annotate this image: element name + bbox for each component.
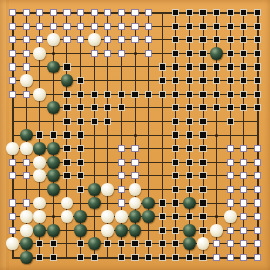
black-territory-marker xyxy=(227,77,234,84)
hoshi-point xyxy=(52,52,55,55)
white-stone xyxy=(197,237,210,250)
black-territory-marker xyxy=(199,199,206,206)
white-territory-marker xyxy=(104,23,111,30)
black-stone xyxy=(129,210,142,223)
black-stone xyxy=(47,183,60,196)
white-territory-marker xyxy=(118,145,125,152)
black-territory-marker xyxy=(131,240,138,247)
white-territory-marker xyxy=(9,63,16,70)
black-territory-marker xyxy=(240,77,247,84)
black-stone xyxy=(47,61,60,74)
white-territory-marker xyxy=(254,213,261,220)
white-territory-marker xyxy=(254,186,261,193)
black-territory-marker xyxy=(227,36,234,43)
black-territory-marker xyxy=(254,9,261,16)
white-territory-marker xyxy=(9,23,16,30)
black-territory-marker xyxy=(199,254,206,261)
white-territory-marker xyxy=(118,36,125,43)
white-territory-marker xyxy=(227,240,234,247)
hoshi-point xyxy=(215,134,218,137)
black-stone xyxy=(183,237,196,250)
black-territory-marker xyxy=(186,213,193,220)
white-territory-marker xyxy=(91,23,98,30)
white-stone xyxy=(101,183,114,196)
black-territory-marker xyxy=(36,240,43,247)
black-territory-marker xyxy=(104,104,111,111)
black-territory-marker xyxy=(199,91,206,98)
white-stone xyxy=(33,169,46,182)
black-territory-marker xyxy=(186,104,193,111)
black-territory-marker xyxy=(131,91,138,98)
black-territory-marker xyxy=(172,131,179,138)
black-territory-marker xyxy=(227,118,234,125)
white-territory-marker xyxy=(240,186,247,193)
black-territory-marker xyxy=(240,36,247,43)
black-stone xyxy=(33,224,46,237)
white-territory-marker xyxy=(9,213,16,220)
white-stone xyxy=(20,210,33,223)
black-territory-marker xyxy=(254,91,261,98)
white-stone xyxy=(33,210,46,223)
white-territory-marker xyxy=(63,36,70,43)
white-territory-marker xyxy=(9,9,16,16)
black-territory-marker xyxy=(77,186,84,193)
black-territory-marker xyxy=(145,240,152,247)
black-territory-marker xyxy=(213,23,220,30)
white-territory-marker xyxy=(77,36,84,43)
white-territory-marker xyxy=(9,172,16,179)
black-territory-marker xyxy=(131,254,138,261)
white-territory-marker xyxy=(36,9,43,16)
black-territory-marker xyxy=(199,50,206,57)
black-territory-marker xyxy=(213,77,220,84)
white-stone xyxy=(20,142,33,155)
black-territory-marker xyxy=(77,240,84,247)
black-territory-marker xyxy=(63,159,70,166)
black-territory-marker xyxy=(227,9,234,16)
black-stone xyxy=(88,197,101,210)
black-territory-marker xyxy=(227,23,234,30)
white-territory-marker xyxy=(240,254,247,261)
white-territory-marker xyxy=(104,9,111,16)
black-territory-marker xyxy=(172,213,179,220)
black-territory-marker xyxy=(240,63,247,70)
black-territory-marker xyxy=(186,145,193,152)
white-stone xyxy=(47,33,60,46)
black-territory-marker xyxy=(254,77,261,84)
black-stone xyxy=(20,129,33,142)
black-territory-marker xyxy=(172,159,179,166)
white-territory-marker xyxy=(131,23,138,30)
white-territory-marker xyxy=(118,186,125,193)
black-stone xyxy=(47,142,60,155)
black-stone xyxy=(47,156,60,169)
black-territory-marker xyxy=(213,9,220,16)
black-territory-marker xyxy=(50,254,57,261)
black-territory-marker xyxy=(240,23,247,30)
white-territory-marker xyxy=(77,23,84,30)
white-territory-marker xyxy=(104,50,111,57)
black-territory-marker xyxy=(213,63,220,70)
black-stone xyxy=(210,47,223,60)
black-territory-marker xyxy=(240,50,247,57)
white-territory-marker xyxy=(227,199,234,206)
black-territory-marker xyxy=(77,131,84,138)
black-territory-marker xyxy=(227,63,234,70)
white-stone xyxy=(115,210,128,223)
white-territory-marker xyxy=(227,172,234,179)
black-stone xyxy=(142,197,155,210)
black-territory-marker xyxy=(172,240,179,247)
black-territory-marker xyxy=(172,172,179,179)
white-territory-marker xyxy=(36,23,43,30)
white-territory-marker xyxy=(23,199,30,206)
black-territory-marker xyxy=(91,104,98,111)
white-territory-marker xyxy=(240,199,247,206)
black-territory-marker xyxy=(240,104,247,111)
black-stone xyxy=(33,142,46,155)
black-territory-marker xyxy=(159,213,166,220)
white-territory-marker xyxy=(9,199,16,206)
white-stone xyxy=(101,224,114,237)
white-stone xyxy=(61,210,74,223)
black-territory-marker xyxy=(172,63,179,70)
white-territory-marker xyxy=(77,9,84,16)
go-app-window xyxy=(0,0,270,270)
black-territory-marker xyxy=(77,118,84,125)
white-territory-marker xyxy=(145,9,152,16)
white-stone xyxy=(33,197,46,210)
black-territory-marker xyxy=(91,254,98,261)
white-territory-marker xyxy=(91,9,98,16)
black-territory-marker xyxy=(63,172,70,179)
black-territory-marker xyxy=(199,104,206,111)
black-territory-marker xyxy=(159,63,166,70)
black-territory-marker xyxy=(50,131,57,138)
black-territory-marker xyxy=(104,118,111,125)
white-territory-marker xyxy=(23,159,30,166)
white-territory-marker xyxy=(131,36,138,43)
black-territory-marker xyxy=(118,240,125,247)
black-territory-marker xyxy=(159,227,166,234)
white-territory-marker xyxy=(145,36,152,43)
white-territory-marker xyxy=(63,9,70,16)
white-territory-marker xyxy=(254,199,261,206)
black-territory-marker xyxy=(186,9,193,16)
black-territory-marker xyxy=(77,159,84,166)
black-territory-marker xyxy=(172,23,179,30)
black-stone xyxy=(47,224,60,237)
white-territory-marker xyxy=(118,9,125,16)
white-territory-marker xyxy=(118,23,125,30)
black-territory-marker xyxy=(172,186,179,193)
black-territory-marker xyxy=(254,63,261,70)
black-territory-marker xyxy=(172,36,179,43)
white-territory-marker xyxy=(131,159,138,166)
white-territory-marker xyxy=(240,145,247,152)
black-stone xyxy=(142,210,155,223)
black-territory-marker xyxy=(213,91,220,98)
black-territory-marker xyxy=(199,23,206,30)
black-territory-marker xyxy=(186,254,193,261)
white-territory-marker xyxy=(213,254,220,261)
white-territory-marker xyxy=(131,145,138,152)
white-territory-marker xyxy=(131,172,138,179)
black-territory-marker xyxy=(254,36,261,43)
black-territory-marker xyxy=(118,254,125,261)
white-territory-marker xyxy=(254,240,261,247)
white-territory-marker xyxy=(131,9,138,16)
black-stone xyxy=(183,197,196,210)
black-territory-marker xyxy=(145,91,152,98)
white-territory-marker xyxy=(36,36,43,43)
black-territory-marker xyxy=(186,36,193,43)
black-territory-marker xyxy=(227,91,234,98)
white-territory-marker xyxy=(254,227,261,234)
black-territory-marker xyxy=(172,227,179,234)
white-territory-marker xyxy=(227,159,234,166)
white-territory-marker xyxy=(254,172,261,179)
white-territory-marker xyxy=(50,9,57,16)
white-territory-marker xyxy=(254,145,261,152)
black-territory-marker xyxy=(159,240,166,247)
white-territory-marker xyxy=(254,254,261,261)
white-stone xyxy=(101,210,114,223)
black-territory-marker xyxy=(36,131,43,138)
black-territory-marker xyxy=(199,213,206,220)
white-territory-marker xyxy=(9,50,16,57)
white-stone xyxy=(129,183,142,196)
white-stone xyxy=(61,197,74,210)
black-territory-marker xyxy=(104,91,111,98)
black-territory-marker xyxy=(199,77,206,84)
black-stone xyxy=(74,224,87,237)
grid-line-vertical xyxy=(243,12,244,259)
black-territory-marker xyxy=(77,91,84,98)
black-territory-marker xyxy=(186,91,193,98)
white-territory-marker xyxy=(118,199,125,206)
white-stone xyxy=(129,197,142,210)
hoshi-point xyxy=(215,215,218,218)
black-stone xyxy=(88,183,101,196)
white-territory-marker xyxy=(145,23,152,30)
white-territory-marker xyxy=(227,186,234,193)
hoshi-point xyxy=(134,134,137,137)
black-territory-marker xyxy=(240,9,247,16)
black-territory-marker xyxy=(172,199,179,206)
white-territory-marker xyxy=(9,36,16,43)
black-territory-marker xyxy=(63,91,70,98)
black-territory-marker xyxy=(118,104,125,111)
white-stone xyxy=(224,210,237,223)
white-territory-marker xyxy=(240,240,247,247)
white-territory-marker xyxy=(23,50,30,57)
black-territory-marker xyxy=(77,104,84,111)
black-territory-marker xyxy=(227,50,234,57)
black-stone xyxy=(20,237,33,250)
white-territory-marker xyxy=(9,159,16,166)
black-territory-marker xyxy=(145,254,152,261)
black-territory-marker xyxy=(199,9,206,16)
white-stone xyxy=(88,33,101,46)
black-territory-marker xyxy=(186,186,193,193)
white-territory-marker xyxy=(50,23,57,30)
black-territory-marker xyxy=(77,145,84,152)
white-stone xyxy=(6,237,19,250)
black-territory-marker xyxy=(199,36,206,43)
white-territory-marker xyxy=(9,77,16,84)
white-territory-marker xyxy=(23,9,30,16)
black-territory-marker xyxy=(77,77,84,84)
white-territory-marker xyxy=(254,159,261,166)
black-territory-marker xyxy=(172,254,179,261)
black-territory-marker xyxy=(63,104,70,111)
black-territory-marker xyxy=(199,227,206,234)
white-territory-marker xyxy=(9,91,16,98)
white-territory-marker xyxy=(9,227,16,234)
grid-line-vertical xyxy=(257,12,259,259)
black-territory-marker xyxy=(186,118,193,125)
black-territory-marker xyxy=(199,63,206,70)
white-territory-marker xyxy=(240,213,247,220)
black-stone xyxy=(61,74,74,87)
black-territory-marker xyxy=(199,145,206,152)
white-territory-marker xyxy=(63,23,70,30)
black-territory-marker xyxy=(91,91,98,98)
white-territory-marker xyxy=(23,23,30,30)
white-territory-marker xyxy=(118,50,125,57)
white-territory-marker xyxy=(240,159,247,166)
black-territory-marker xyxy=(36,254,43,261)
black-territory-marker xyxy=(199,159,206,166)
hoshi-point xyxy=(52,215,55,218)
black-territory-marker xyxy=(172,91,179,98)
black-territory-marker xyxy=(104,240,111,247)
black-territory-marker xyxy=(227,104,234,111)
black-territory-marker xyxy=(172,9,179,16)
white-territory-marker xyxy=(118,159,125,166)
white-territory-marker xyxy=(118,172,125,179)
white-territory-marker xyxy=(23,63,30,70)
white-territory-marker xyxy=(240,172,247,179)
white-stone xyxy=(210,224,223,237)
white-territory-marker xyxy=(23,91,30,98)
black-territory-marker xyxy=(213,36,220,43)
black-territory-marker xyxy=(199,131,206,138)
white-territory-marker xyxy=(227,227,234,234)
black-territory-marker xyxy=(254,23,261,30)
white-territory-marker xyxy=(23,36,30,43)
black-territory-marker xyxy=(159,77,166,84)
black-territory-marker xyxy=(186,77,193,84)
black-territory-marker xyxy=(159,91,166,98)
black-territory-marker xyxy=(172,104,179,111)
black-stone xyxy=(88,237,101,250)
black-territory-marker xyxy=(63,118,70,125)
black-territory-marker xyxy=(118,91,125,98)
black-territory-marker xyxy=(186,172,193,179)
black-territory-marker xyxy=(254,50,261,57)
black-territory-marker xyxy=(172,77,179,84)
black-territory-marker xyxy=(254,104,261,111)
black-territory-marker xyxy=(186,50,193,57)
black-territory-marker xyxy=(199,186,206,193)
white-stone xyxy=(20,224,33,237)
black-stone xyxy=(20,251,33,264)
white-stone xyxy=(20,74,33,87)
white-territory-marker xyxy=(104,36,111,43)
black-territory-marker xyxy=(77,172,84,179)
black-territory-marker xyxy=(63,63,70,70)
black-territory-marker xyxy=(172,118,179,125)
black-stone xyxy=(129,224,142,237)
black-stone xyxy=(115,224,128,237)
white-territory-marker xyxy=(145,50,152,57)
black-stone xyxy=(183,224,196,237)
white-stone xyxy=(33,88,46,101)
white-territory-marker xyxy=(23,172,30,179)
black-territory-marker xyxy=(159,199,166,206)
white-stone xyxy=(6,142,19,155)
white-territory-marker xyxy=(227,145,234,152)
black-territory-marker xyxy=(50,240,57,247)
black-territory-marker xyxy=(63,145,70,152)
white-stone xyxy=(33,47,46,60)
white-stone xyxy=(33,156,46,169)
black-stone xyxy=(74,210,87,223)
hoshi-point xyxy=(134,52,137,55)
black-territory-marker xyxy=(213,104,220,111)
black-territory-marker xyxy=(63,131,70,138)
white-territory-marker xyxy=(91,50,98,57)
black-territory-marker xyxy=(186,23,193,30)
white-territory-marker xyxy=(227,254,234,261)
black-stone xyxy=(47,101,60,114)
white-territory-marker xyxy=(240,227,247,234)
black-territory-marker xyxy=(172,50,179,57)
black-territory-marker xyxy=(186,131,193,138)
white-territory-marker xyxy=(213,240,220,247)
grid-line-vertical xyxy=(162,12,163,259)
black-territory-marker xyxy=(77,254,84,261)
black-territory-marker xyxy=(159,254,166,261)
black-territory-marker xyxy=(172,145,179,152)
black-territory-marker xyxy=(199,172,206,179)
black-territory-marker xyxy=(91,118,98,125)
black-territory-marker xyxy=(186,63,193,70)
black-territory-marker xyxy=(199,118,206,125)
black-territory-marker xyxy=(186,159,193,166)
black-territory-marker xyxy=(240,91,247,98)
black-stone xyxy=(47,169,60,182)
go-board[interactable] xyxy=(0,0,270,270)
